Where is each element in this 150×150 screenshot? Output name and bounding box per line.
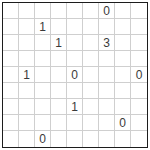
clue-cell-r4c1[interactable]: 1 — [19, 67, 35, 83]
cell-r6c2[interactable] — [35, 99, 51, 115]
cell-r3c4[interactable] — [67, 51, 83, 67]
cell-r0c1[interactable] — [19, 3, 35, 19]
clue-cell-r0c6[interactable]: 0 — [99, 3, 115, 19]
cell-r7c8[interactable] — [131, 115, 147, 131]
cell-r4c5[interactable] — [83, 67, 99, 83]
cell-r3c0[interactable] — [3, 51, 19, 67]
cell-r1c5[interactable] — [83, 19, 99, 35]
cell-r7c5[interactable] — [83, 115, 99, 131]
cell-r2c1[interactable] — [19, 35, 35, 51]
clue-cell-r6c4[interactable]: 1 — [67, 99, 83, 115]
cell-r0c3[interactable] — [51, 3, 67, 19]
cell-r6c0[interactable] — [3, 99, 19, 115]
cell-r1c7[interactable] — [115, 19, 131, 35]
cell-r8c5[interactable] — [83, 131, 99, 147]
cell-r3c1[interactable] — [19, 51, 35, 67]
cell-r1c6[interactable] — [99, 19, 115, 35]
cell-r6c6[interactable] — [99, 99, 115, 115]
cell-r4c6[interactable] — [99, 67, 115, 83]
cell-r0c7[interactable] — [115, 3, 131, 19]
cell-r8c6[interactable] — [99, 131, 115, 147]
cell-r4c0[interactable] — [3, 67, 19, 83]
cell-r2c7[interactable] — [115, 35, 131, 51]
cell-r7c6[interactable] — [99, 115, 115, 131]
cell-r7c1[interactable] — [19, 115, 35, 131]
cell-r3c3[interactable] — [51, 51, 67, 67]
cell-r0c2[interactable] — [35, 3, 51, 19]
cell-r5c8[interactable] — [131, 83, 147, 99]
cell-r0c8[interactable] — [131, 3, 147, 19]
clue-cell-r1c2[interactable]: 1 — [35, 19, 51, 35]
clue-cell-r7c7[interactable]: 0 — [115, 115, 131, 131]
cell-r2c8[interactable] — [131, 35, 147, 51]
cell-r4c2[interactable] — [35, 67, 51, 83]
cell-r1c1[interactable] — [19, 19, 35, 35]
cell-r3c2[interactable] — [35, 51, 51, 67]
cell-r5c7[interactable] — [115, 83, 131, 99]
cell-r2c0[interactable] — [3, 35, 19, 51]
clue-cell-r2c3[interactable]: 1 — [51, 35, 67, 51]
cell-r5c2[interactable] — [35, 83, 51, 99]
cell-r0c0[interactable] — [3, 3, 19, 19]
cell-r2c2[interactable] — [35, 35, 51, 51]
cell-r0c4[interactable] — [67, 3, 83, 19]
cell-r5c4[interactable] — [67, 83, 83, 99]
clue-cell-r4c4[interactable]: 0 — [67, 67, 83, 83]
cell-r1c0[interactable] — [3, 19, 19, 35]
cell-r2c4[interactable] — [67, 35, 83, 51]
cell-r3c5[interactable] — [83, 51, 99, 67]
cell-r6c7[interactable] — [115, 99, 131, 115]
cell-r6c1[interactable] — [19, 99, 35, 115]
cell-r7c3[interactable] — [51, 115, 67, 131]
cell-r5c5[interactable] — [83, 83, 99, 99]
cell-r4c7[interactable] — [115, 67, 131, 83]
cell-r1c8[interactable] — [131, 19, 147, 35]
cell-r8c0[interactable] — [3, 131, 19, 147]
cell-r8c3[interactable] — [51, 131, 67, 147]
cell-r5c3[interactable] — [51, 83, 67, 99]
clue-cell-r4c8[interactable]: 0 — [131, 67, 147, 83]
cell-r7c4[interactable] — [67, 115, 83, 131]
puzzle-board: 0113100100 — [2, 2, 148, 148]
cell-r1c4[interactable] — [67, 19, 83, 35]
cell-r6c3[interactable] — [51, 99, 67, 115]
cell-r8c7[interactable] — [115, 131, 131, 147]
puzzle-screen: 0113100100 — [0, 0, 150, 150]
cell-r8c4[interactable] — [67, 131, 83, 147]
cell-r5c1[interactable] — [19, 83, 35, 99]
cell-r6c5[interactable] — [83, 99, 99, 115]
cell-r7c0[interactable] — [3, 115, 19, 131]
cell-r0c5[interactable] — [83, 3, 99, 19]
clue-cell-r8c2[interactable]: 0 — [35, 131, 51, 147]
clue-cell-r2c6[interactable]: 3 — [99, 35, 115, 51]
cell-r8c8[interactable] — [131, 131, 147, 147]
cell-r3c6[interactable] — [99, 51, 115, 67]
cell-r5c6[interactable] — [99, 83, 115, 99]
cell-r5c0[interactable] — [3, 83, 19, 99]
cell-r6c8[interactable] — [131, 99, 147, 115]
cell-r7c2[interactable] — [35, 115, 51, 131]
cell-r1c3[interactable] — [51, 19, 67, 35]
cell-r8c1[interactable] — [19, 131, 35, 147]
cell-r2c5[interactable] — [83, 35, 99, 51]
cell-r3c7[interactable] — [115, 51, 131, 67]
cell-r4c3[interactable] — [51, 67, 67, 83]
cell-r3c8[interactable] — [131, 51, 147, 67]
